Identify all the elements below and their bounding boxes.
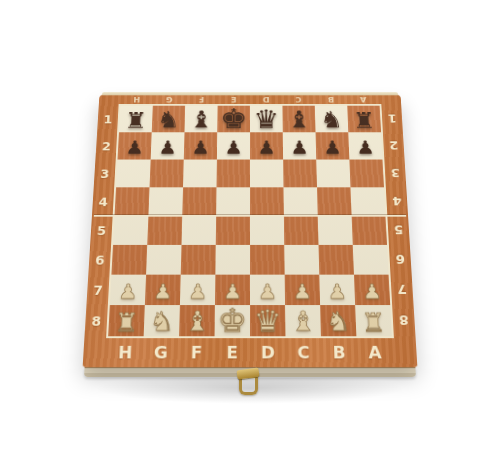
playing-area: ♜♞♝♚♛♝♞♜♟♟♟♟♟♟♟♟♟♟♟♟♟♟♟♟♜♞♝♚♛♝♞♜ (106, 104, 394, 338)
square-f1[interactable]: ♝ (184, 106, 217, 133)
square-f4[interactable] (182, 187, 216, 215)
square-h7[interactable]: ♟ (110, 275, 146, 305)
dark-rook[interactable]: ♜ (119, 111, 153, 132)
dark-king[interactable]: ♚ (217, 105, 250, 131)
file-label-bottom-g: G (142, 338, 179, 367)
dark-pawn[interactable]: ♟ (283, 140, 316, 157)
dark-bishop[interactable]: ♝ (184, 109, 217, 131)
light-queen[interactable]: ♛ (250, 307, 285, 336)
dark-pawn[interactable]: ♟ (151, 140, 185, 157)
file-label-top-h: H (120, 95, 153, 105)
square-a5[interactable] (352, 216, 387, 245)
square-a2[interactable]: ♟ (348, 132, 382, 159)
square-b6[interactable] (319, 245, 354, 275)
square-d1[interactable]: ♛ (250, 106, 283, 133)
dark-pawn[interactable]: ♟ (184, 140, 217, 157)
square-f8[interactable]: ♝ (179, 305, 215, 336)
square-e4[interactable] (216, 187, 250, 215)
square-d7[interactable]: ♟ (250, 275, 285, 305)
square-c5[interactable] (284, 216, 319, 245)
square-e3[interactable] (217, 160, 250, 188)
square-b1[interactable]: ♞ (315, 106, 348, 133)
square-d6[interactable] (250, 245, 285, 275)
light-bishop[interactable]: ♝ (179, 309, 215, 335)
square-f3[interactable] (183, 160, 217, 188)
light-knight[interactable]: ♞ (144, 310, 180, 335)
square-f2[interactable]: ♟ (184, 132, 217, 159)
square-c3[interactable] (283, 160, 317, 188)
square-h4[interactable] (115, 187, 150, 215)
file-label-top-f: F (185, 95, 218, 105)
square-b5[interactable] (318, 216, 353, 245)
square-b3[interactable] (316, 160, 350, 188)
file-labels-top: HGFEDCBA (120, 95, 379, 105)
light-pawn[interactable]: ♟ (180, 283, 215, 302)
light-rook[interactable]: ♜ (108, 311, 144, 335)
rank-label-left-6: 6 (88, 245, 111, 275)
rank-label-left-3: 3 (94, 160, 116, 188)
square-h6[interactable] (111, 245, 147, 275)
file-label-bottom-c: C (285, 338, 321, 367)
square-c7[interactable]: ♟ (285, 275, 320, 305)
fold-seam (94, 214, 406, 217)
dark-pawn[interactable]: ♟ (349, 140, 383, 157)
square-e2[interactable]: ♟ (217, 132, 250, 159)
dark-queen[interactable]: ♛ (250, 107, 283, 132)
light-knight[interactable]: ♞ (320, 310, 356, 335)
rank-label-left-2: 2 (95, 132, 117, 159)
file-labels-bottom: HGFEDCBA (107, 338, 394, 367)
dark-rook[interactable]: ♜ (347, 111, 381, 132)
square-b4[interactable] (317, 187, 352, 215)
file-label-bottom-e: E (214, 338, 250, 367)
rank-label-left-4: 4 (92, 187, 114, 215)
file-label-bottom-a: A (356, 338, 393, 367)
dark-pawn[interactable]: ♟ (118, 140, 152, 157)
file-label-top-b: B (315, 95, 348, 105)
rank-label-right-4: 4 (386, 187, 408, 215)
square-a8[interactable]: ♜ (355, 305, 392, 336)
file-label-top-g: G (153, 95, 186, 105)
square-c1[interactable]: ♝ (282, 106, 315, 133)
square-h8[interactable]: ♜ (108, 305, 145, 336)
rank-label-left-1: 1 (97, 106, 118, 133)
square-e1[interactable]: ♚ (217, 106, 250, 133)
square-g5[interactable] (147, 216, 182, 245)
light-pawn[interactable]: ♟ (320, 283, 356, 302)
dark-knight[interactable]: ♞ (315, 110, 348, 131)
file-label-top-d: D (250, 95, 282, 105)
chess-board: HGFEDCBA 12345678 12345678 ♜♞♝♚♛♝♞♜♟♟♟♟♟… (83, 95, 418, 368)
rank-label-right-2: 2 (383, 132, 405, 159)
square-b8[interactable]: ♞ (320, 305, 356, 336)
light-pawn[interactable]: ♟ (285, 283, 320, 302)
square-c6[interactable] (284, 245, 319, 275)
light-rook[interactable]: ♜ (355, 311, 391, 335)
dark-knight[interactable]: ♞ (152, 110, 185, 131)
square-a6[interactable] (353, 245, 389, 275)
square-b2[interactable]: ♟ (316, 132, 350, 159)
square-g7[interactable]: ♟ (145, 275, 181, 305)
square-h2[interactable]: ♟ (118, 132, 152, 159)
square-d2[interactable]: ♟ (250, 132, 283, 159)
light-pawn[interactable]: ♟ (145, 283, 181, 302)
square-d5[interactable] (250, 216, 284, 245)
square-b7[interactable]: ♟ (319, 275, 355, 305)
rank-label-left-7: 7 (86, 275, 109, 305)
square-e8[interactable]: ♚ (215, 305, 250, 336)
light-pawn[interactable]: ♟ (215, 283, 250, 302)
rank-label-right-6: 6 (389, 245, 412, 275)
dark-pawn[interactable]: ♟ (217, 140, 250, 157)
square-c2[interactable]: ♟ (283, 132, 316, 159)
light-bishop[interactable]: ♝ (285, 309, 321, 335)
file-label-top-a: A (347, 95, 380, 105)
file-label-bottom-f: F (178, 338, 214, 367)
rank-label-right-8: 8 (392, 305, 415, 336)
square-g3[interactable] (150, 160, 184, 188)
square-h1[interactable]: ♜ (119, 106, 153, 133)
square-g2[interactable]: ♟ (151, 132, 185, 159)
square-f7[interactable]: ♟ (180, 275, 215, 305)
dark-pawn[interactable]: ♟ (250, 140, 283, 157)
light-pawn[interactable]: ♟ (250, 283, 285, 302)
square-g6[interactable] (146, 245, 181, 275)
file-label-bottom-d: D (250, 338, 286, 367)
square-a1[interactable]: ♜ (347, 106, 381, 133)
rank-label-left-5: 5 (90, 216, 112, 245)
board-grid: ♜♞♝♚♛♝♞♜♟♟♟♟♟♟♟♟♟♟♟♟♟♟♟♟♜♞♝♚♛♝♞♜ (108, 106, 392, 337)
brass-latch[interactable] (234, 369, 262, 395)
square-f5[interactable] (181, 216, 216, 245)
square-e5[interactable] (216, 216, 250, 245)
product-photo-scene: HGFEDCBA 12345678 12345678 ♜♞♝♚♛♝♞♜♟♟♟♟♟… (0, 0, 500, 457)
square-a4[interactable] (350, 187, 385, 215)
square-a7[interactable]: ♟ (354, 275, 390, 305)
rank-label-left-8: 8 (85, 305, 108, 336)
square-d3[interactable] (250, 160, 283, 188)
square-g1[interactable]: ♞ (152, 106, 185, 133)
square-c8[interactable]: ♝ (285, 305, 321, 336)
square-g4[interactable] (148, 187, 183, 215)
light-pawn[interactable]: ♟ (110, 283, 146, 302)
square-d4[interactable] (250, 187, 284, 215)
square-c4[interactable] (283, 187, 317, 215)
light-king[interactable]: ♚ (215, 305, 250, 335)
square-a3[interactable] (349, 160, 384, 188)
file-label-bottom-h: H (107, 338, 144, 367)
file-label-top-c: C (282, 95, 315, 105)
square-e6[interactable] (215, 245, 250, 275)
light-pawn[interactable]: ♟ (354, 283, 390, 302)
square-d8[interactable]: ♛ (250, 305, 285, 336)
rank-label-right-1: 1 (381, 106, 402, 133)
dark-bishop[interactable]: ♝ (282, 109, 315, 131)
rank-label-right-7: 7 (391, 275, 414, 305)
square-g8[interactable]: ♞ (144, 305, 180, 336)
square-f6[interactable] (181, 245, 216, 275)
folding-chess-set: HGFEDCBA 12345678 12345678 ♜♞♝♚♛♝♞♜♟♟♟♟♟… (82, 95, 418, 377)
dark-pawn[interactable]: ♟ (316, 140, 350, 157)
rank-label-right-5: 5 (387, 216, 409, 245)
square-h5[interactable] (113, 216, 148, 245)
file-label-bottom-b: B (321, 338, 358, 367)
square-h3[interactable] (116, 160, 151, 188)
rank-label-right-3: 3 (384, 160, 406, 188)
